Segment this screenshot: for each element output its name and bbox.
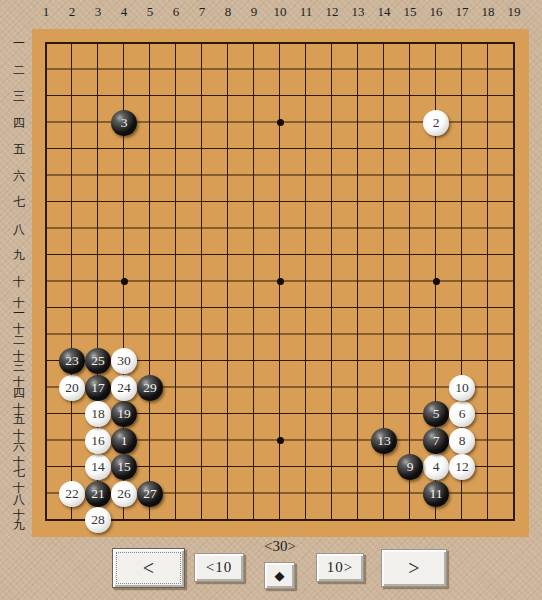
row-label-10: 十 xyxy=(6,269,32,296)
column-label-17: 17 xyxy=(449,3,475,21)
next-move-button[interactable]: > xyxy=(381,549,447,587)
column-label-8: 8 xyxy=(215,3,241,21)
stone-white-move-12: 12 xyxy=(449,454,475,480)
row-label-2: 二 xyxy=(6,57,32,84)
stone-white-move-26: 26 xyxy=(111,481,137,507)
row-label-14: 十 四 xyxy=(6,375,32,402)
stone-black-move-17: 17 xyxy=(85,375,111,401)
stone-black-move-9: 9 xyxy=(397,454,423,480)
stone-white-move-20: 20 xyxy=(59,375,85,401)
stone-white-move-24: 24 xyxy=(111,375,137,401)
row-label-18: 十 八 xyxy=(6,481,32,508)
row-label-6: 六 xyxy=(6,163,32,190)
move-number-indicator: <30> xyxy=(250,537,310,555)
stone-black-move-1: 1 xyxy=(111,428,137,454)
column-labels: 12345678910111213141516171819 xyxy=(33,3,527,21)
row-label-13: 十 三 xyxy=(6,348,32,375)
stone-black-move-29: 29 xyxy=(137,375,163,401)
stone-white-move-30: 30 xyxy=(111,348,137,374)
current-move-diamond-button[interactable]: ◆ xyxy=(264,562,295,589)
column-label-12: 12 xyxy=(319,3,345,21)
stone-black-move-3: 3 xyxy=(111,110,137,136)
column-label-1: 1 xyxy=(33,3,59,21)
stone-black-move-25: 25 xyxy=(85,348,111,374)
stone-black-move-15: 15 xyxy=(111,454,137,480)
column-label-11: 11 xyxy=(293,3,319,21)
column-label-10: 10 xyxy=(267,3,293,21)
stone-black-move-13: 13 xyxy=(371,428,397,454)
stone-white-move-8: 8 xyxy=(449,428,475,454)
stone-black-move-19: 19 xyxy=(111,401,137,427)
column-label-5: 5 xyxy=(137,3,163,21)
stone-white-move-22: 22 xyxy=(59,481,85,507)
row-label-11: 十 一 xyxy=(6,295,32,322)
stone-white-move-14: 14 xyxy=(85,454,111,480)
board: 1234567891011121314151617181920212223242… xyxy=(32,29,529,537)
row-label-3: 三 xyxy=(6,83,32,110)
stone-white-move-18: 18 xyxy=(85,401,111,427)
column-label-19: 19 xyxy=(501,3,527,21)
prev-move-button[interactable]: < xyxy=(112,548,185,588)
column-label-2: 2 xyxy=(59,3,85,21)
row-label-12: 十 二 xyxy=(6,322,32,349)
column-label-16: 16 xyxy=(423,3,449,21)
stone-white-move-16: 16 xyxy=(85,428,111,454)
row-label-15: 十 五 xyxy=(6,401,32,428)
row-label-17: 十 七 xyxy=(6,454,32,481)
column-label-13: 13 xyxy=(345,3,371,21)
column-label-7: 7 xyxy=(189,3,215,21)
stone-black-move-7: 7 xyxy=(423,428,449,454)
row-label-19: 十 九 xyxy=(6,507,32,534)
stones-grid: 1234567891011121314151617181920212223242… xyxy=(33,30,527,534)
stone-white-move-2: 2 xyxy=(423,110,449,136)
stone-white-move-6: 6 xyxy=(449,401,475,427)
row-label-4: 四 xyxy=(6,110,32,137)
row-label-5: 五 xyxy=(6,136,32,163)
stone-black-move-11: 11 xyxy=(423,481,449,507)
column-label-4: 4 xyxy=(111,3,137,21)
column-label-18: 18 xyxy=(475,3,501,21)
row-label-1: 一 xyxy=(6,30,32,57)
forward-10-moves-button[interactable]: 10> xyxy=(316,553,364,582)
stone-black-move-27: 27 xyxy=(137,481,163,507)
column-label-9: 9 xyxy=(241,3,267,21)
column-label-6: 6 xyxy=(163,3,189,21)
stone-white-move-4: 4 xyxy=(423,454,449,480)
row-label-8: 八 xyxy=(6,216,32,243)
stone-white-move-10: 10 xyxy=(449,375,475,401)
stone-black-move-21: 21 xyxy=(85,481,111,507)
stone-black-move-5: 5 xyxy=(423,401,449,427)
row-labels: 一二三四五六七八九十十 一十 二十 三十 四十 五十 六十 七十 八十 九 xyxy=(6,30,32,534)
kifu-viewer-screen: 12345678910111213141516171819 一二三四五六七八九十… xyxy=(0,0,542,600)
stone-black-move-23: 23 xyxy=(59,348,85,374)
column-label-14: 14 xyxy=(371,3,397,21)
row-label-9: 九 xyxy=(6,242,32,269)
column-label-15: 15 xyxy=(397,3,423,21)
back-10-moves-button[interactable]: <10 xyxy=(194,553,244,582)
stone-white-move-28: 28 xyxy=(85,507,111,533)
column-label-3: 3 xyxy=(85,3,111,21)
row-label-7: 七 xyxy=(6,189,32,216)
row-label-16: 十 六 xyxy=(6,428,32,455)
